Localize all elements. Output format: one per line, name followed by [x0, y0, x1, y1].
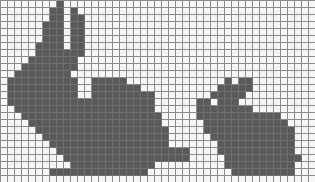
empty-cell-r2-c40 — [281, 15, 288, 22]
empty-cell-r1-c19 — [134, 8, 141, 15]
empty-cell-r5-c15 — [106, 36, 113, 43]
filled-cell-r18-c36 — [253, 127, 260, 134]
empty-cell-r6-c24 — [169, 43, 176, 50]
filled-cell-r11-c35 — [246, 78, 253, 85]
empty-cell-r20-c29 — [204, 141, 211, 148]
filled-cell-r20-c10 — [71, 141, 78, 148]
empty-cell-r9-c15 — [106, 64, 113, 71]
filled-cell-r14-c17 — [120, 99, 127, 106]
filled-cell-r14-c33 — [232, 99, 239, 106]
empty-cell-r2-c16 — [113, 15, 120, 22]
empty-cell-r17-c44 — [309, 120, 315, 127]
empty-cell-r1-c29 — [204, 8, 211, 15]
empty-cell-r16-c0 — [1, 113, 8, 120]
empty-cell-r11-c19 — [134, 78, 141, 85]
empty-cell-r8-c17 — [120, 57, 127, 64]
empty-cell-r3-c38 — [267, 22, 274, 29]
empty-cell-r14-c42 — [295, 99, 302, 106]
filled-cell-r9-c5 — [36, 64, 43, 71]
empty-cell-r6-c12 — [85, 43, 92, 50]
empty-cell-r6-c13 — [92, 43, 99, 50]
filled-cell-r22-c39 — [274, 155, 281, 162]
empty-cell-r7-c15 — [106, 50, 113, 57]
filled-cell-r14-c3 — [22, 99, 29, 106]
filled-cell-r19-c10 — [71, 134, 78, 141]
empty-cell-r15-c23 — [162, 106, 169, 113]
empty-cell-r21-c6 — [43, 148, 50, 155]
empty-cell-r10-c29 — [204, 71, 211, 78]
filled-cell-r10-c8 — [57, 71, 64, 78]
filled-cell-r4-c11 — [78, 29, 85, 36]
empty-cell-r6-c43 — [302, 43, 309, 50]
empty-cell-r6-c40 — [281, 43, 288, 50]
empty-cell-r15-c27 — [190, 106, 197, 113]
empty-cell-r10-c16 — [113, 71, 120, 78]
filled-cell-r13-c18 — [127, 92, 134, 99]
empty-cell-r1-c26 — [183, 8, 190, 15]
empty-cell-r2-c15 — [106, 15, 113, 22]
filled-cell-r6-c8 — [57, 43, 64, 50]
empty-cell-r9-c35 — [246, 64, 253, 71]
empty-cell-r20-c6 — [43, 141, 50, 148]
empty-cell-r15-c26 — [183, 106, 190, 113]
filled-cell-r18-c37 — [260, 127, 267, 134]
filled-cell-r22-c18 — [127, 155, 134, 162]
filled-cell-r8-c4 — [29, 57, 36, 64]
empty-cell-r13-c29 — [204, 92, 211, 99]
empty-cell-r10-c32 — [225, 71, 232, 78]
empty-cell-r12-c39 — [274, 85, 281, 92]
filled-cell-r5-c8 — [57, 36, 64, 43]
empty-cell-r3-c19 — [134, 22, 141, 29]
empty-cell-r8-c24 — [169, 57, 176, 64]
filled-cell-r12-c35 — [246, 85, 253, 92]
empty-cell-r24-c25 — [176, 169, 183, 176]
empty-cell-r4-c40 — [281, 29, 288, 36]
empty-cell-r20-c30 — [211, 141, 218, 148]
filled-cell-r23-c17 — [120, 162, 127, 169]
empty-cell-r7-c38 — [267, 50, 274, 57]
empty-cell-r4-c44 — [309, 29, 315, 36]
empty-cell-r4-c39 — [274, 29, 281, 36]
empty-cell-r2-c3 — [22, 15, 29, 22]
empty-cell-r24-c2 — [15, 169, 22, 176]
empty-cell-r10-c15 — [106, 71, 113, 78]
empty-cell-r7-c20 — [141, 50, 148, 57]
empty-cell-r11-c26 — [183, 78, 190, 85]
filled-cell-r24-c15 — [106, 169, 113, 176]
empty-cell-r19-c2 — [15, 134, 22, 141]
empty-cell-r17-c43 — [302, 120, 309, 127]
empty-cell-r25-c15 — [106, 176, 113, 182]
empty-cell-r16-c41 — [288, 113, 295, 120]
empty-cell-r23-c25 — [176, 162, 183, 169]
empty-cell-r8-c13 — [92, 57, 99, 64]
filled-cell-r11-c6 — [43, 78, 50, 85]
filled-cell-r20-c32 — [225, 141, 232, 148]
filled-cell-r24-c13 — [92, 169, 99, 176]
empty-cell-r9-c40 — [281, 64, 288, 71]
empty-cell-r0-c32 — [225, 1, 232, 8]
filled-cell-r13-c19 — [134, 92, 141, 99]
empty-cell-r11-c43 — [302, 78, 309, 85]
filled-cell-r15-c19 — [134, 106, 141, 113]
empty-cell-r8-c14 — [99, 57, 106, 64]
filled-cell-r12-c17 — [120, 85, 127, 92]
empty-cell-r3-c12 — [85, 22, 92, 29]
empty-cell-r3-c42 — [295, 22, 302, 29]
empty-cell-r25-c32 — [225, 176, 232, 182]
empty-cell-r6-c20 — [141, 43, 148, 50]
empty-cell-r24-c31 — [218, 169, 225, 176]
empty-cell-r25-c35 — [246, 176, 253, 182]
empty-cell-r7-c4 — [29, 50, 36, 57]
empty-cell-r18-c1 — [8, 127, 15, 134]
empty-cell-r6-c29 — [204, 43, 211, 50]
filled-cell-r14-c7 — [50, 99, 57, 106]
empty-cell-r17-c23 — [162, 120, 169, 127]
filled-cell-r21-c14 — [99, 148, 106, 155]
empty-cell-r8-c2 — [15, 57, 22, 64]
empty-cell-r7-c35 — [246, 50, 253, 57]
filled-cell-r24-c14 — [99, 169, 106, 176]
filled-cell-r13-c21 — [148, 92, 155, 99]
empty-cell-r17-c28 — [197, 120, 204, 127]
filled-cell-r20-c37 — [260, 141, 267, 148]
empty-cell-r13-c12 — [85, 92, 92, 99]
filled-cell-r22-c13 — [92, 155, 99, 162]
empty-cell-r6-c36 — [253, 43, 260, 50]
empty-cell-r22-c1 — [8, 155, 15, 162]
empty-cell-r8-c36 — [253, 57, 260, 64]
filled-cell-r13-c13 — [92, 92, 99, 99]
empty-cell-r1-c39 — [274, 8, 281, 15]
filled-cell-r14-c19 — [134, 99, 141, 106]
empty-cell-r14-c44 — [309, 99, 315, 106]
empty-cell-r5-c27 — [190, 36, 197, 43]
empty-cell-r5-c33 — [232, 36, 239, 43]
filled-cell-r12-c4 — [29, 85, 36, 92]
empty-cell-r3-c26 — [183, 22, 190, 29]
empty-cell-r7-c12 — [85, 50, 92, 57]
empty-cell-r0-c40 — [281, 1, 288, 8]
filled-cell-r12-c10 — [71, 85, 78, 92]
filled-cell-r12-c2 — [15, 85, 22, 92]
empty-cell-r25-c25 — [176, 176, 183, 182]
filled-cell-r14-c10 — [71, 99, 78, 106]
filled-cell-r16-c33 — [232, 113, 239, 120]
empty-cell-r3-c33 — [232, 22, 239, 29]
empty-cell-r10-c40 — [281, 71, 288, 78]
empty-cell-r24-c26 — [183, 169, 190, 176]
empty-cell-r2-c30 — [211, 15, 218, 22]
filled-cell-r22-c40 — [281, 155, 288, 162]
filled-cell-r9-c8 — [57, 64, 64, 71]
empty-cell-r16-c23 — [162, 113, 169, 120]
empty-cell-r23-c23 — [162, 162, 169, 169]
empty-cell-r1-c21 — [148, 8, 155, 15]
filled-cell-r18-c34 — [239, 127, 246, 134]
empty-cell-r4-c13 — [92, 29, 99, 36]
filled-cell-r24-c37 — [260, 169, 267, 176]
filled-cell-r18-c17 — [120, 127, 127, 134]
empty-cell-r7-c3 — [22, 50, 29, 57]
filled-cell-r10-c7 — [50, 71, 57, 78]
empty-cell-r25-c1 — [8, 176, 15, 182]
empty-cell-r12-c44 — [309, 85, 315, 92]
empty-cell-r2-c37 — [260, 15, 267, 22]
filled-cell-r22-c37 — [260, 155, 267, 162]
empty-cell-r7-c44 — [309, 50, 315, 57]
empty-cell-r0-c38 — [267, 1, 274, 8]
empty-cell-r9-c13 — [92, 64, 99, 71]
filled-cell-r12-c15 — [106, 85, 113, 92]
empty-cell-r7-c29 — [204, 50, 211, 57]
empty-cell-r5-c23 — [162, 36, 169, 43]
filled-cell-r8-c6 — [43, 57, 50, 64]
empty-cell-r25-c26 — [183, 176, 190, 182]
empty-cell-r15-c44 — [309, 106, 315, 113]
empty-cell-r5-c14 — [99, 36, 106, 43]
empty-cell-r8-c21 — [148, 57, 155, 64]
empty-cell-r16-c42 — [295, 113, 302, 120]
empty-cell-r12-c23 — [162, 85, 169, 92]
empty-cell-r5-c30 — [211, 36, 218, 43]
empty-cell-r14-c22 — [155, 99, 162, 106]
empty-cell-r0-c33 — [232, 1, 239, 8]
filled-cell-r2-c11 — [78, 15, 85, 22]
empty-cell-r11-c29 — [204, 78, 211, 85]
filled-cell-r22-c15 — [106, 155, 113, 162]
empty-cell-r3-c35 — [246, 22, 253, 29]
empty-cell-r14-c30 — [211, 99, 218, 106]
empty-cell-r2-c36 — [253, 15, 260, 22]
filled-cell-r12-c18 — [127, 85, 134, 92]
filled-cell-r17-c20 — [141, 120, 148, 127]
filled-cell-r18-c29 — [204, 127, 211, 134]
empty-cell-r8-c32 — [225, 57, 232, 64]
empty-cell-r17-c3 — [22, 120, 29, 127]
empty-cell-r9-c37 — [260, 64, 267, 71]
empty-cell-r11-c18 — [127, 78, 134, 85]
empty-cell-r25-c2 — [15, 176, 22, 182]
filled-cell-r23-c35 — [246, 162, 253, 169]
empty-cell-r6-c39 — [274, 43, 281, 50]
empty-cell-r6-c21 — [148, 43, 155, 50]
filled-cell-r24-c33 — [232, 169, 239, 176]
filled-cell-r19-c30 — [211, 134, 218, 141]
empty-cell-r0-c36 — [253, 1, 260, 8]
empty-cell-r20-c0 — [1, 141, 8, 148]
empty-cell-r16-c1 — [8, 113, 15, 120]
empty-cell-r7-c37 — [260, 50, 267, 57]
filled-cell-r21-c36 — [253, 148, 260, 155]
empty-cell-r5-c13 — [92, 36, 99, 43]
filled-cell-r13-c3 — [22, 92, 29, 99]
filled-cell-r19-c21 — [148, 134, 155, 141]
empty-cell-r15-c25 — [176, 106, 183, 113]
empty-cell-r16-c27 — [190, 113, 197, 120]
empty-cell-r8-c44 — [309, 57, 315, 64]
empty-cell-r9-c38 — [267, 64, 274, 71]
filled-cell-r22-c32 — [225, 155, 232, 162]
empty-cell-r9-c32 — [225, 64, 232, 71]
empty-cell-r3-c44 — [309, 22, 315, 29]
filled-cell-r21-c19 — [134, 148, 141, 155]
filled-cell-r19-c33 — [232, 134, 239, 141]
filled-cell-r18-c12 — [85, 127, 92, 134]
empty-cell-r5-c21 — [148, 36, 155, 43]
empty-cell-r3-c18 — [127, 22, 134, 29]
filled-cell-r12-c5 — [36, 85, 43, 92]
filled-cell-r20-c34 — [239, 141, 246, 148]
empty-cell-r10-c44 — [309, 71, 315, 78]
empty-cell-r3-c36 — [253, 22, 260, 29]
filled-cell-r24-c9 — [64, 169, 71, 176]
empty-cell-r4-c28 — [197, 29, 204, 36]
empty-cell-r1-c3 — [22, 8, 29, 15]
empty-cell-r5-c37 — [260, 36, 267, 43]
empty-cell-r1-c28 — [197, 8, 204, 15]
empty-cell-r3-c29 — [204, 22, 211, 29]
empty-cell-r20-c4 — [29, 141, 36, 148]
filled-cell-r13-c16 — [113, 92, 120, 99]
filled-cell-r14-c14 — [99, 99, 106, 106]
filled-cell-r8-c10 — [71, 57, 78, 64]
filled-cell-r9-c4 — [29, 64, 36, 71]
filled-cell-r2-c8 — [57, 15, 64, 22]
empty-cell-r11-c36 — [253, 78, 260, 85]
empty-cell-r1-c5 — [36, 8, 43, 15]
filled-cell-r7-c6 — [43, 50, 50, 57]
empty-cell-r19-c43 — [302, 134, 309, 141]
empty-cell-r23-c29 — [204, 162, 211, 169]
empty-cell-r3-c14 — [99, 22, 106, 29]
empty-cell-r9-c36 — [253, 64, 260, 71]
empty-cell-r15-c39 — [274, 106, 281, 113]
filled-cell-r23-c16 — [113, 162, 120, 169]
empty-cell-r10-c37 — [260, 71, 267, 78]
empty-cell-r24-c42 — [295, 169, 302, 176]
empty-cell-r23-c42 — [295, 162, 302, 169]
empty-cell-r7-c27 — [190, 50, 197, 57]
empty-cell-r18-c3 — [22, 127, 29, 134]
filled-cell-r15-c2 — [15, 106, 22, 113]
empty-cell-r4-c42 — [295, 29, 302, 36]
empty-cell-r2-c43 — [302, 15, 309, 22]
filled-cell-r16-c6 — [43, 113, 50, 120]
empty-cell-r8-c34 — [239, 57, 246, 64]
empty-cell-r11-c25 — [176, 78, 183, 85]
empty-cell-r10-c23 — [162, 71, 169, 78]
empty-cell-r16-c2 — [15, 113, 22, 120]
filled-cell-r20-c9 — [64, 141, 71, 148]
empty-cell-r20-c43 — [302, 141, 309, 148]
empty-cell-r0-c25 — [176, 1, 183, 8]
filled-cell-r14-c16 — [113, 99, 120, 106]
filled-cell-r17-c18 — [127, 120, 134, 127]
filled-cell-r21-c23 — [162, 148, 169, 155]
filled-cell-r24-c39 — [274, 169, 281, 176]
filled-cell-r2-c10 — [71, 15, 78, 22]
empty-cell-r8-c20 — [141, 57, 148, 64]
empty-cell-r25-c8 — [57, 176, 64, 182]
filled-cell-r19-c37 — [260, 134, 267, 141]
filled-cell-r24-c41 — [288, 169, 295, 176]
empty-cell-r11-c20 — [141, 78, 148, 85]
empty-cell-r6-c15 — [106, 43, 113, 50]
empty-cell-r5-c43 — [302, 36, 309, 43]
empty-cell-r5-c0 — [1, 36, 8, 43]
filled-cell-r6-c7 — [50, 43, 57, 50]
filled-cell-r22-c25 — [176, 155, 183, 162]
empty-cell-r15-c40 — [281, 106, 288, 113]
filled-cell-r23-c11 — [78, 162, 85, 169]
empty-cell-r19-c42 — [295, 134, 302, 141]
empty-cell-r0-c4 — [29, 1, 36, 8]
empty-cell-r25-c36 — [253, 176, 260, 182]
empty-cell-r9-c22 — [155, 64, 162, 71]
empty-cell-r9-c29 — [204, 64, 211, 71]
empty-cell-r4-c32 — [225, 29, 232, 36]
filled-cell-r18-c18 — [127, 127, 134, 134]
filled-cell-r20-c21 — [148, 141, 155, 148]
filled-cell-r7-c10 — [71, 50, 78, 57]
empty-cell-r14-c34 — [239, 99, 246, 106]
empty-cell-r18-c26 — [183, 127, 190, 134]
empty-cell-r11-c12 — [85, 78, 92, 85]
filled-cell-r22-c23 — [162, 155, 169, 162]
empty-cell-r8-c33 — [232, 57, 239, 64]
filled-cell-r17-c8 — [57, 120, 64, 127]
empty-cell-r5-c16 — [113, 36, 120, 43]
empty-cell-r23-c30 — [211, 162, 218, 169]
filled-cell-r24-c18 — [127, 169, 134, 176]
filled-cell-r17-c34 — [239, 120, 246, 127]
filled-cell-r22-c14 — [99, 155, 106, 162]
empty-cell-r9-c33 — [232, 64, 239, 71]
filled-cell-r19-c13 — [92, 134, 99, 141]
empty-cell-r12-c38 — [267, 85, 274, 92]
filled-cell-r10-c2 — [15, 71, 22, 78]
empty-cell-r25-c40 — [281, 176, 288, 182]
filled-cell-r16-c39 — [274, 113, 281, 120]
filled-cell-r11-c15 — [106, 78, 113, 85]
empty-cell-r5-c31 — [218, 36, 225, 43]
empty-cell-r13-c40 — [281, 92, 288, 99]
empty-cell-r22-c2 — [15, 155, 22, 162]
empty-cell-r4-c26 — [183, 29, 190, 36]
empty-cell-r25-c18 — [127, 176, 134, 182]
empty-cell-r14-c40 — [281, 99, 288, 106]
empty-cell-r20-c42 — [295, 141, 302, 148]
filled-cell-r20-c18 — [127, 141, 134, 148]
empty-cell-r17-c41 — [288, 120, 295, 127]
empty-cell-r10-c27 — [190, 71, 197, 78]
empty-cell-r23-c9 — [64, 162, 71, 169]
empty-cell-r6-c22 — [155, 43, 162, 50]
empty-cell-r4-c30 — [211, 29, 218, 36]
empty-cell-r13-c35 — [246, 92, 253, 99]
empty-cell-r4-c4 — [29, 29, 36, 36]
empty-cell-r1-c33 — [232, 8, 239, 15]
empty-cell-r9-c0 — [1, 64, 8, 71]
filled-cell-r18-c41 — [288, 127, 295, 134]
filled-cell-r21-c40 — [281, 148, 288, 155]
empty-cell-r9-c12 — [85, 64, 92, 71]
filled-cell-r17-c9 — [64, 120, 71, 127]
empty-cell-r10-c11 — [78, 71, 85, 78]
